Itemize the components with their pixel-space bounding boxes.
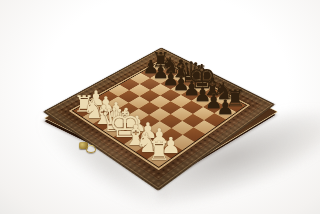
product-photo: ♜♞♝♛♚♝♞♜♟♟♟♟♟♟♟♟♟♟♟♟♟♟♟♟♜♞♝♛♚♝♞♜ [0, 0, 320, 214]
brass-latch-icon [78, 139, 96, 153]
latch-hook [86, 145, 96, 153]
scene [0, 0, 320, 214]
fold-seam-left [106, 78, 119, 86]
fold-seam-right [204, 134, 221, 144]
